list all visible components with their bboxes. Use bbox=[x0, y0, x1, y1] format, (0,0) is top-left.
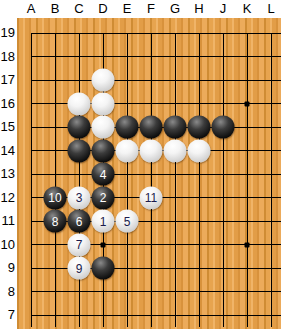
star-point bbox=[245, 101, 250, 106]
board-cell[interactable] bbox=[115, 115, 139, 139]
board-cell[interactable]: 1 bbox=[91, 209, 115, 233]
board-cell[interactable] bbox=[19, 209, 43, 233]
board-cell[interactable] bbox=[43, 21, 67, 45]
board-cell[interactable] bbox=[211, 45, 235, 69]
board-cell[interactable] bbox=[235, 256, 259, 280]
move-number: 11 bbox=[145, 192, 157, 204]
board-cell[interactable] bbox=[235, 186, 259, 210]
board-cell[interactable] bbox=[187, 209, 211, 233]
board-cell[interactable] bbox=[163, 280, 187, 304]
board-cell[interactable] bbox=[187, 45, 211, 69]
board-cell[interactable] bbox=[139, 68, 163, 92]
board-cell[interactable] bbox=[19, 233, 43, 257]
board-cell[interactable]: 6 bbox=[67, 209, 91, 233]
board-cell[interactable] bbox=[211, 21, 235, 45]
stone-white: 3 bbox=[68, 186, 91, 209]
row-label: 14 bbox=[0, 143, 15, 159]
board-cell[interactable] bbox=[211, 162, 235, 186]
board-cell[interactable] bbox=[43, 303, 67, 327]
row-label: 17 bbox=[0, 72, 15, 88]
stone-white: 5 bbox=[116, 210, 139, 233]
column-label: J bbox=[211, 1, 235, 17]
board-cell[interactable]: 2 bbox=[91, 186, 115, 210]
board-cell[interactable] bbox=[211, 209, 235, 233]
board-cell[interactable] bbox=[19, 45, 43, 69]
board-cell[interactable] bbox=[211, 280, 235, 304]
board-cell[interactable] bbox=[211, 115, 235, 139]
board-cell[interactable]: 5 bbox=[115, 209, 139, 233]
stone-white bbox=[68, 92, 91, 115]
row-label: 12 bbox=[0, 190, 15, 206]
board-cell[interactable] bbox=[187, 303, 211, 327]
board-cell[interactable] bbox=[163, 256, 187, 280]
star-point bbox=[101, 242, 106, 247]
board-cell[interactable] bbox=[211, 92, 235, 116]
board-cell[interactable] bbox=[115, 233, 139, 257]
go-board: 4103211861579 bbox=[19, 21, 281, 327]
board-cell[interactable] bbox=[259, 162, 281, 186]
stone-white bbox=[164, 139, 187, 162]
row-label: 16 bbox=[0, 96, 15, 112]
board-cell[interactable] bbox=[43, 92, 67, 116]
board-cell[interactable] bbox=[115, 21, 139, 45]
board-cell[interactable] bbox=[91, 280, 115, 304]
board-cell[interactable] bbox=[67, 45, 91, 69]
move-number: 4 bbox=[100, 168, 107, 180]
board-cell[interactable] bbox=[19, 280, 43, 304]
stone-white: 11 bbox=[140, 186, 163, 209]
board-cell[interactable]: 11 bbox=[139, 186, 163, 210]
stone-white: 7 bbox=[68, 233, 91, 256]
column-label: L bbox=[259, 1, 281, 17]
board-cell[interactable] bbox=[235, 162, 259, 186]
board-cell[interactable] bbox=[67, 21, 91, 45]
board-cell[interactable] bbox=[139, 45, 163, 69]
board-cell[interactable] bbox=[139, 303, 163, 327]
board-cell[interactable] bbox=[235, 280, 259, 304]
board-cell[interactable] bbox=[163, 233, 187, 257]
board-cell[interactable] bbox=[259, 45, 281, 69]
board-cell[interactable] bbox=[91, 233, 115, 257]
board-cell[interactable] bbox=[187, 115, 211, 139]
board-cell[interactable] bbox=[91, 303, 115, 327]
board-cell[interactable] bbox=[235, 233, 259, 257]
stone-black: 2 bbox=[92, 186, 115, 209]
board-cell[interactable] bbox=[43, 68, 67, 92]
stone-white bbox=[188, 139, 211, 162]
stone-white bbox=[92, 116, 115, 139]
board-cell[interactable] bbox=[19, 256, 43, 280]
board-cell[interactable] bbox=[43, 256, 67, 280]
board-cell[interactable]: 7 bbox=[67, 233, 91, 257]
row-label: 18 bbox=[0, 49, 15, 65]
stone-white bbox=[140, 139, 163, 162]
board-cell[interactable] bbox=[163, 92, 187, 116]
board-cell[interactable] bbox=[19, 186, 43, 210]
move-number: 6 bbox=[76, 215, 83, 227]
board-cell[interactable]: 3 bbox=[67, 186, 91, 210]
board-cell[interactable] bbox=[115, 162, 139, 186]
stone-black bbox=[164, 116, 187, 139]
board-cell[interactable] bbox=[91, 92, 115, 116]
board-cell[interactable] bbox=[139, 162, 163, 186]
board-cell[interactable] bbox=[163, 45, 187, 69]
board-cell[interactable] bbox=[115, 256, 139, 280]
column-label: A bbox=[19, 1, 43, 17]
move-number: 9 bbox=[76, 262, 83, 274]
column-label: G bbox=[163, 1, 187, 17]
board-cell[interactable] bbox=[163, 186, 187, 210]
board-cell[interactable] bbox=[67, 162, 91, 186]
board-cell[interactable] bbox=[211, 186, 235, 210]
board-cell[interactable] bbox=[211, 139, 235, 163]
board-cell[interactable] bbox=[235, 303, 259, 327]
column-label: C bbox=[67, 1, 91, 17]
stone-black bbox=[92, 257, 115, 280]
row-label: 8 bbox=[0, 284, 15, 300]
board-cell[interactable] bbox=[43, 45, 67, 69]
board-cell[interactable] bbox=[43, 280, 67, 304]
board-cell[interactable] bbox=[139, 209, 163, 233]
column-label: D bbox=[91, 1, 115, 17]
board-cell[interactable] bbox=[259, 233, 281, 257]
board-cell[interactable] bbox=[19, 139, 43, 163]
board-cell[interactable] bbox=[235, 139, 259, 163]
column-label: B bbox=[43, 1, 67, 17]
board-cell[interactable] bbox=[163, 68, 187, 92]
move-number: 2 bbox=[100, 192, 107, 204]
stone-white bbox=[116, 139, 139, 162]
stone-black: 8 bbox=[44, 210, 67, 233]
stone-black: 10 bbox=[44, 186, 67, 209]
row-label: 10 bbox=[0, 237, 15, 253]
board-cell[interactable] bbox=[115, 68, 139, 92]
board-cell[interactable] bbox=[259, 209, 281, 233]
stone-black: 4 bbox=[92, 163, 115, 186]
board-cell[interactable] bbox=[19, 303, 43, 327]
board-cell[interactable] bbox=[259, 68, 281, 92]
board-cell[interactable] bbox=[187, 256, 211, 280]
stone-white bbox=[92, 69, 115, 92]
board-cell[interactable] bbox=[259, 139, 281, 163]
board-cell[interactable] bbox=[67, 68, 91, 92]
move-number: 1 bbox=[100, 215, 107, 227]
stone-black bbox=[188, 116, 211, 139]
board-cell[interactable] bbox=[139, 256, 163, 280]
board-cell[interactable]: 10 bbox=[43, 186, 67, 210]
board-cell[interactable] bbox=[211, 256, 235, 280]
stone-black bbox=[68, 139, 91, 162]
board-cell[interactable] bbox=[187, 280, 211, 304]
column-label: F bbox=[139, 1, 163, 17]
row-label: 7 bbox=[0, 307, 15, 323]
move-number: 3 bbox=[76, 192, 83, 204]
board-cell[interactable] bbox=[67, 303, 91, 327]
board-cell[interactable] bbox=[43, 162, 67, 186]
board-cell[interactable]: 8 bbox=[43, 209, 67, 233]
board-cell[interactable]: 9 bbox=[67, 256, 91, 280]
move-number: 8 bbox=[52, 215, 59, 227]
board-cell[interactable] bbox=[115, 280, 139, 304]
board-cell[interactable] bbox=[187, 186, 211, 210]
board-cell[interactable]: 4 bbox=[91, 162, 115, 186]
board-cell[interactable] bbox=[235, 68, 259, 92]
board-cell[interactable] bbox=[187, 139, 211, 163]
stone-black bbox=[68, 116, 91, 139]
board-cell[interactable] bbox=[67, 280, 91, 304]
board-cell[interactable] bbox=[235, 92, 259, 116]
board-cell[interactable] bbox=[235, 115, 259, 139]
board-cell[interactable] bbox=[163, 139, 187, 163]
board-cell[interactable] bbox=[139, 21, 163, 45]
board-cell[interactable] bbox=[91, 21, 115, 45]
board-cell[interactable] bbox=[19, 92, 43, 116]
go-diagram: ABCDEFGHJKL 19181716151413121110987 4103… bbox=[0, 0, 281, 329]
board-cell[interactable] bbox=[19, 68, 43, 92]
board-cell[interactable] bbox=[139, 139, 163, 163]
board-cell[interactable] bbox=[163, 115, 187, 139]
board-cell[interactable] bbox=[163, 209, 187, 233]
board-cell[interactable] bbox=[259, 280, 281, 304]
board-cell[interactable] bbox=[235, 209, 259, 233]
row-label: 15 bbox=[0, 119, 15, 135]
board-cell[interactable] bbox=[259, 303, 281, 327]
board-cell[interactable] bbox=[67, 115, 91, 139]
stone-black bbox=[140, 116, 163, 139]
board-cell[interactable] bbox=[115, 303, 139, 327]
board-cell[interactable] bbox=[259, 115, 281, 139]
move-number: 5 bbox=[124, 215, 131, 227]
board-cell[interactable] bbox=[43, 139, 67, 163]
board-cell[interactable] bbox=[259, 92, 281, 116]
board-cell[interactable] bbox=[259, 186, 281, 210]
row-label: 9 bbox=[0, 260, 15, 276]
column-label: H bbox=[187, 1, 211, 17]
board-cell[interactable] bbox=[91, 139, 115, 163]
board-cell[interactable] bbox=[187, 21, 211, 45]
board-cell[interactable] bbox=[91, 115, 115, 139]
board-cell[interactable] bbox=[211, 68, 235, 92]
board-cell[interactable] bbox=[211, 303, 235, 327]
stone-white: 1 bbox=[92, 210, 115, 233]
stone-white: 9 bbox=[68, 257, 91, 280]
board-cell[interactable] bbox=[235, 21, 259, 45]
board-cell[interactable] bbox=[187, 92, 211, 116]
board-cell[interactable] bbox=[67, 92, 91, 116]
board-cell[interactable] bbox=[139, 233, 163, 257]
board-cell[interactable] bbox=[115, 45, 139, 69]
board-cell[interactable] bbox=[211, 233, 235, 257]
board-cell[interactable] bbox=[91, 68, 115, 92]
board-cell[interactable] bbox=[187, 233, 211, 257]
star-point bbox=[245, 242, 250, 247]
board-cell[interactable] bbox=[19, 21, 43, 45]
board-cell[interactable] bbox=[115, 92, 139, 116]
stone-black bbox=[212, 116, 235, 139]
board-cell[interactable] bbox=[163, 162, 187, 186]
board-cell[interactable] bbox=[91, 256, 115, 280]
stone-black bbox=[92, 139, 115, 162]
board-cell[interactable] bbox=[115, 139, 139, 163]
board-cell[interactable] bbox=[43, 115, 67, 139]
board-cell[interactable] bbox=[235, 45, 259, 69]
board-cell[interactable] bbox=[91, 45, 115, 69]
board-cell[interactable] bbox=[259, 21, 281, 45]
stone-black: 6 bbox=[68, 210, 91, 233]
board-cell[interactable] bbox=[19, 115, 43, 139]
row-label: 13 bbox=[0, 166, 15, 182]
board-cell[interactable] bbox=[163, 303, 187, 327]
column-label: K bbox=[235, 1, 259, 17]
board-cell[interactable] bbox=[115, 186, 139, 210]
goban-wood: 4103211861579 bbox=[17, 18, 281, 329]
board-cell[interactable] bbox=[187, 68, 211, 92]
move-number: 10 bbox=[48, 192, 61, 204]
column-label: E bbox=[115, 1, 139, 17]
stone-black bbox=[116, 116, 139, 139]
stone-white bbox=[92, 92, 115, 115]
row-label: 11 bbox=[0, 213, 15, 229]
board-cell[interactable] bbox=[139, 115, 163, 139]
board-cell[interactable] bbox=[163, 21, 187, 45]
board-cell[interactable] bbox=[139, 280, 163, 304]
board-cell[interactable] bbox=[67, 139, 91, 163]
move-number: 7 bbox=[76, 239, 83, 251]
board-cell[interactable] bbox=[139, 92, 163, 116]
board-cell[interactable] bbox=[43, 233, 67, 257]
board-cell[interactable] bbox=[187, 162, 211, 186]
row-label: 19 bbox=[0, 25, 15, 41]
board-cell[interactable] bbox=[19, 162, 43, 186]
board-cell[interactable] bbox=[259, 256, 281, 280]
